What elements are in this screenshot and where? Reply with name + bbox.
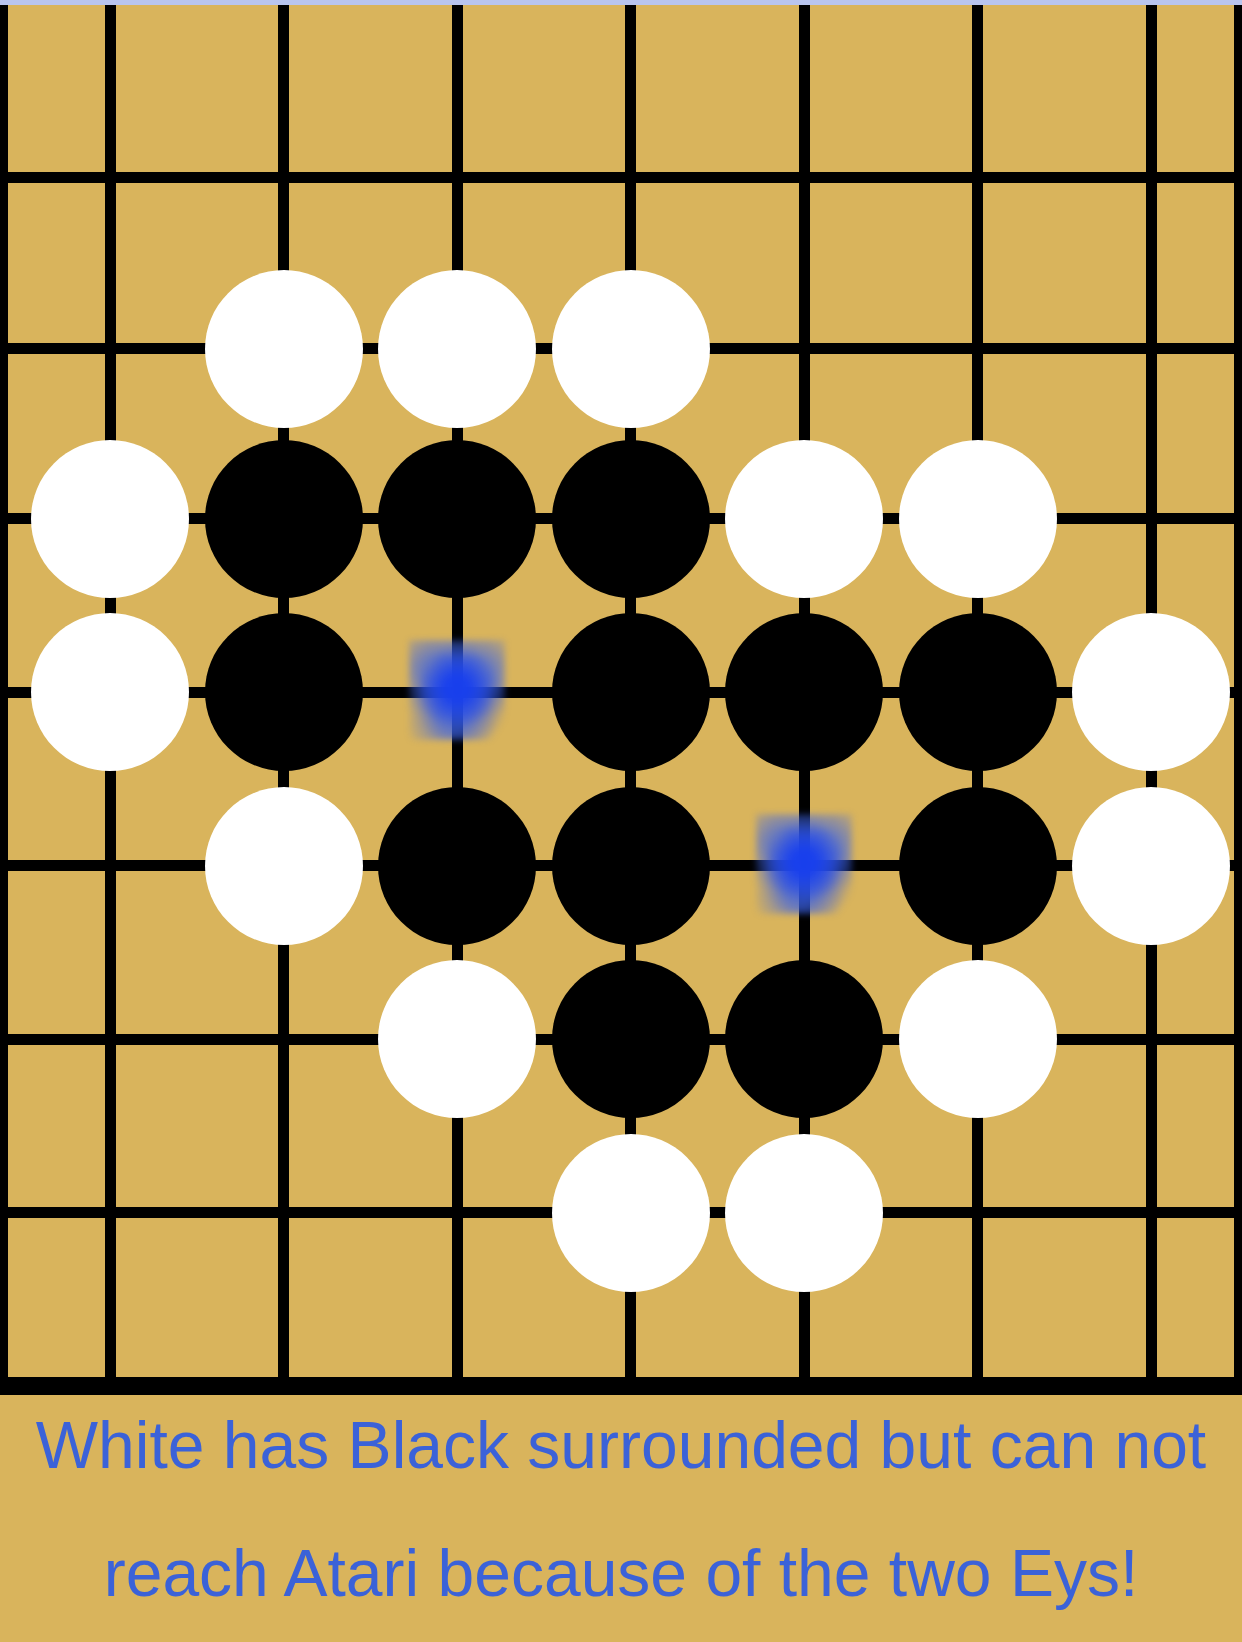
caption-line-2: reach Atari because of the two Eys! [0,1540,1242,1606]
black-stone [378,440,536,598]
black-stone [725,613,883,771]
grid-line [0,5,8,1395]
white-stone [205,270,363,428]
black-stone [552,787,710,945]
eye-mark [756,814,852,914]
black-stone [552,613,710,771]
grid-line [1234,5,1242,1395]
black-stone [899,787,1057,945]
caption-line-1: White has Black surrounded but can not [0,1412,1242,1478]
eye-mark [409,640,505,740]
go-diagram-page: White has Black surrounded but can not r… [0,0,1242,1642]
white-stone [31,440,189,598]
go-board [0,0,1242,1400]
grid-line [0,172,1242,183]
white-stone [552,1134,710,1292]
grid-line [0,1377,1242,1395]
white-stone [899,960,1057,1118]
white-stone [899,440,1057,598]
black-stone [899,613,1057,771]
black-stone [378,787,536,945]
black-stone [552,960,710,1118]
white-stone [1072,787,1230,945]
white-stone [552,270,710,428]
white-stone [378,960,536,1118]
white-stone [725,1134,883,1292]
black-stone [725,960,883,1118]
black-stone [552,440,710,598]
white-stone [31,613,189,771]
white-stone [378,270,536,428]
white-stone [205,787,363,945]
black-stone [205,440,363,598]
black-stone [205,613,363,771]
white-stone [1072,613,1230,771]
white-stone [725,440,883,598]
